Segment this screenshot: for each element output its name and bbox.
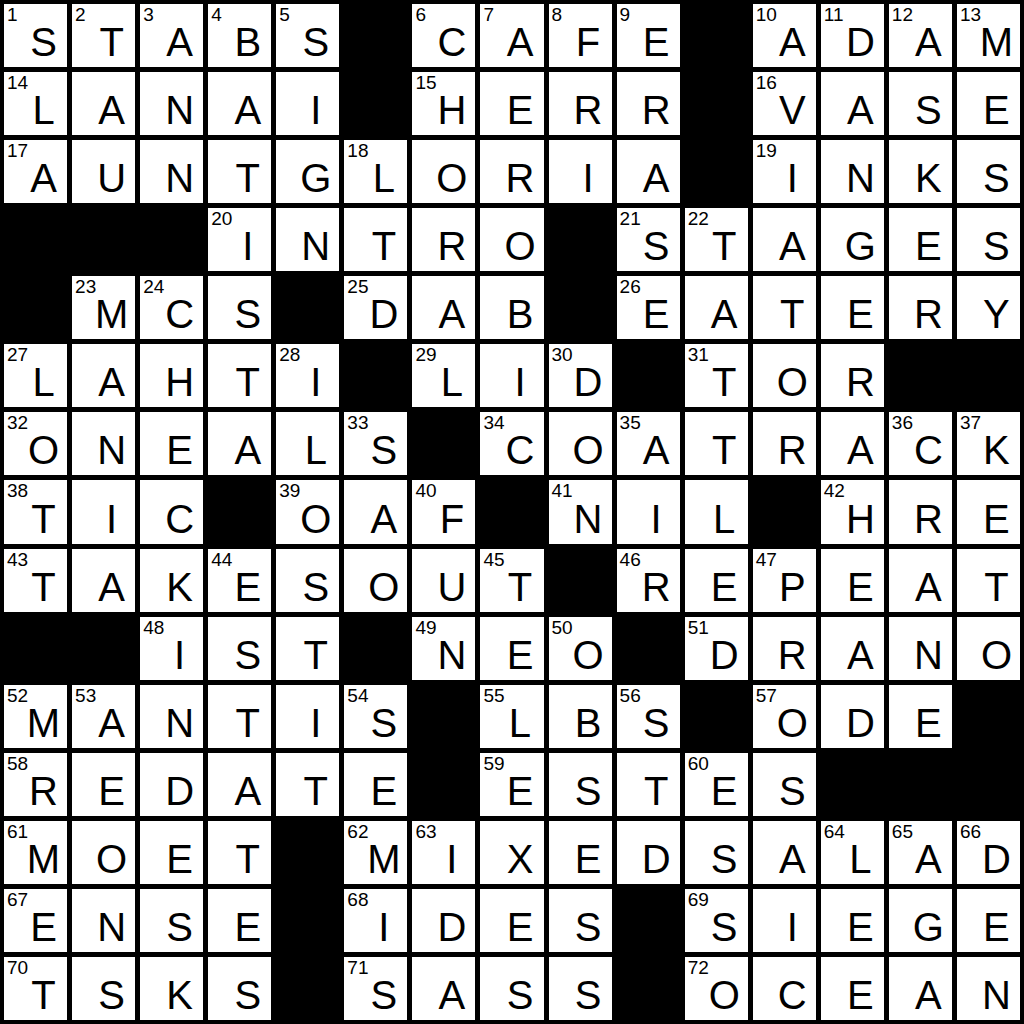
- cell-r7c2[interactable]: N: [72, 412, 135, 475]
- cell-letter: A: [693, 294, 756, 334]
- cell-r14c11[interactable]: 69S: [685, 889, 748, 952]
- cell-r5c3[interactable]: 24C: [140, 276, 203, 339]
- cell-letter: L: [284, 430, 347, 470]
- cell-r2c1[interactable]: 14L: [4, 72, 67, 135]
- cell-letter: E: [829, 294, 892, 334]
- cell-letter: A: [761, 839, 824, 879]
- cell-letter: L: [352, 158, 415, 198]
- cell-r3c4[interactable]: T: [208, 140, 271, 203]
- cell-r8c9[interactable]: 41N: [549, 480, 612, 543]
- cell-r6c3[interactable]: H: [140, 344, 203, 407]
- cell-r3c6[interactable]: 18L: [344, 140, 407, 203]
- cell-r10c3[interactable]: 48I: [140, 617, 203, 680]
- cell-r10c14[interactable]: N: [889, 617, 952, 680]
- cell-letter: A: [897, 567, 960, 607]
- cell-letter: O: [488, 226, 551, 266]
- cell-letter: T: [284, 635, 347, 675]
- cell-r4c7[interactable]: R: [412, 208, 475, 271]
- cell-r4c12[interactable]: A: [753, 208, 816, 271]
- cell-letter: S: [625, 226, 688, 266]
- cell-r8c11[interactable]: L: [685, 480, 748, 543]
- cell-r12c11[interactable]: 60E: [685, 753, 748, 816]
- cell-r10c9[interactable]: 50O: [549, 617, 612, 680]
- cell-r4c6[interactable]: T: [344, 208, 407, 271]
- cell-letter: C: [761, 975, 824, 1015]
- cell-letter: I: [216, 226, 279, 266]
- cell-letter: I: [80, 499, 143, 539]
- cell-r12c4[interactable]: A: [208, 753, 271, 816]
- cell-r6c9[interactable]: 30D: [549, 344, 612, 407]
- cell-letter: R: [420, 226, 483, 266]
- cell-letter: A: [829, 635, 892, 675]
- black-cell: [889, 344, 952, 407]
- cell-r14c2[interactable]: N: [72, 889, 135, 952]
- cell-r11c5[interactable]: I: [276, 685, 339, 748]
- cell-r15c9[interactable]: S: [549, 957, 612, 1020]
- cell-r2c4[interactable]: A: [208, 72, 271, 135]
- cell-letter: L: [12, 90, 75, 130]
- cell-r12c2[interactable]: E: [72, 753, 135, 816]
- cell-r5c2[interactable]: 23M: [72, 276, 135, 339]
- cell-r2c8[interactable]: E: [480, 72, 543, 135]
- cell-r8c10[interactable]: I: [617, 480, 680, 543]
- cell-r1c15[interactable]: 13M: [957, 4, 1020, 67]
- cell-letter: N: [965, 975, 1024, 1015]
- cell-r1c8[interactable]: 7A: [480, 4, 543, 67]
- cell-letter: L: [829, 839, 892, 879]
- cell-letter: E: [488, 907, 551, 947]
- cell-r6c4[interactable]: T: [208, 344, 271, 407]
- cell-r9c7[interactable]: U: [412, 549, 475, 612]
- cell-r7c9[interactable]: O: [549, 412, 612, 475]
- cell-r3c7[interactable]: O: [412, 140, 475, 203]
- cell-r1c7[interactable]: 6C: [412, 4, 475, 67]
- cell-letter: A: [216, 771, 279, 811]
- cell-letter: M: [12, 839, 75, 879]
- cell-r9c11[interactable]: E: [685, 549, 748, 612]
- cell-letter: N: [284, 226, 347, 266]
- cell-r13c10[interactable]: D: [617, 821, 680, 884]
- cell-r2c15[interactable]: E: [957, 72, 1020, 135]
- cell-r9c8[interactable]: 45T: [480, 549, 543, 612]
- cell-r5c15[interactable]: Y: [957, 276, 1020, 339]
- cell-r6c12[interactable]: O: [753, 344, 816, 407]
- cell-r13c3[interactable]: E: [140, 821, 203, 884]
- cell-r11c9[interactable]: B: [549, 685, 612, 748]
- cell-letter: H: [148, 362, 211, 402]
- cell-r5c8[interactable]: B: [480, 276, 543, 339]
- cell-r15c2[interactable]: S: [72, 957, 135, 1020]
- cell-r7c15[interactable]: 37K: [957, 412, 1020, 475]
- cell-r13c4[interactable]: T: [208, 821, 271, 884]
- cell-letter: S: [12, 22, 75, 62]
- cell-letter: T: [284, 771, 347, 811]
- cell-r15c1[interactable]: 70T: [4, 957, 67, 1020]
- cell-r13c15[interactable]: 66D: [957, 821, 1020, 884]
- cell-letter: S: [352, 430, 415, 470]
- cell-r4c11[interactable]: 22T: [685, 208, 748, 271]
- cell-r13c12[interactable]: A: [753, 821, 816, 884]
- cell-r12c1[interactable]: 58R: [4, 753, 67, 816]
- black-cell: [685, 140, 748, 203]
- cell-letter: O: [965, 635, 1024, 675]
- cell-r11c2[interactable]: 53A: [72, 685, 135, 748]
- cell-r10c7[interactable]: 49N: [412, 617, 475, 680]
- cell-r10c5[interactable]: T: [276, 617, 339, 680]
- cell-letter: S: [216, 975, 279, 1015]
- cell-r6c8[interactable]: I: [480, 344, 543, 407]
- cell-letter: N: [80, 430, 143, 470]
- cell-letter: O: [352, 567, 415, 607]
- cell-letter: T: [216, 158, 279, 198]
- cell-letter: D: [148, 771, 211, 811]
- cell-letter: A: [897, 22, 960, 62]
- cell-r9c2[interactable]: A: [72, 549, 135, 612]
- cell-letter: R: [488, 158, 551, 198]
- cell-letter: O: [284, 499, 347, 539]
- cell-r6c1[interactable]: 27L: [4, 344, 67, 407]
- black-cell: [957, 685, 1020, 748]
- cell-letter: K: [148, 567, 211, 607]
- cell-r1c13[interactable]: 11D: [821, 4, 884, 67]
- cell-r14c9[interactable]: S: [549, 889, 612, 952]
- black-cell: [549, 549, 612, 612]
- cell-letter: O: [761, 362, 824, 402]
- cell-r11c14[interactable]: E: [889, 685, 952, 748]
- cell-letter: I: [488, 362, 551, 402]
- cell-r1c14[interactable]: 12A: [889, 4, 952, 67]
- cell-letter: R: [625, 90, 688, 130]
- cell-r13c8[interactable]: X: [480, 821, 543, 884]
- cell-r15c14[interactable]: A: [889, 957, 952, 1020]
- cell-letter: T: [12, 499, 75, 539]
- cell-r14c7[interactable]: D: [412, 889, 475, 952]
- cell-r1c1[interactable]: 1S: [4, 4, 67, 67]
- cell-letter: Y: [965, 294, 1024, 334]
- cell-r3c9[interactable]: I: [549, 140, 612, 203]
- cell-letter: E: [965, 907, 1024, 947]
- cell-r13c1[interactable]: 61M: [4, 821, 67, 884]
- cell-r12c3[interactable]: D: [140, 753, 203, 816]
- cell-letter: S: [148, 907, 211, 947]
- cell-letter: H: [829, 499, 892, 539]
- cell-r13c11[interactable]: S: [685, 821, 748, 884]
- cell-r14c3[interactable]: S: [140, 889, 203, 952]
- cell-r8c1[interactable]: 38T: [4, 480, 67, 543]
- cell-r2c2[interactable]: A: [72, 72, 135, 135]
- cell-r8c15[interactable]: E: [957, 480, 1020, 543]
- cell-r10c13[interactable]: A: [821, 617, 884, 680]
- cell-r7c5[interactable]: L: [276, 412, 339, 475]
- black-cell: [412, 412, 475, 475]
- black-cell: [4, 208, 67, 271]
- cell-letter: N: [148, 90, 211, 130]
- cell-letter: S: [965, 226, 1024, 266]
- cell-r1c9[interactable]: 8F: [549, 4, 612, 67]
- cell-r8c13[interactable]: 42H: [821, 480, 884, 543]
- cell-letter: K: [148, 975, 211, 1015]
- cell-r7c13[interactable]: A: [821, 412, 884, 475]
- cell-r3c1[interactable]: 17A: [4, 140, 67, 203]
- cell-r3c14[interactable]: K: [889, 140, 952, 203]
- cell-letter: I: [284, 362, 347, 402]
- cell-r1c5[interactable]: 5S: [276, 4, 339, 67]
- cell-letter: E: [829, 567, 892, 607]
- cell-r15c6[interactable]: 71S: [344, 957, 407, 1020]
- cell-letter: D: [420, 907, 483, 947]
- cell-letter: S: [897, 90, 960, 130]
- cell-letter: S: [284, 22, 347, 62]
- cell-r3c2[interactable]: U: [72, 140, 135, 203]
- cell-r12c5[interactable]: T: [276, 753, 339, 816]
- cell-r5c13[interactable]: E: [821, 276, 884, 339]
- cell-r4c15[interactable]: S: [957, 208, 1020, 271]
- cell-r3c5[interactable]: G: [276, 140, 339, 203]
- cell-r6c2[interactable]: A: [72, 344, 135, 407]
- cell-r4c8[interactable]: O: [480, 208, 543, 271]
- cell-r5c7[interactable]: A: [412, 276, 475, 339]
- cell-letter: A: [80, 90, 143, 130]
- cell-r6c5[interactable]: 28I: [276, 344, 339, 407]
- cell-letter: E: [829, 907, 892, 947]
- cell-r1c4[interactable]: 4B: [208, 4, 271, 67]
- cell-letter: S: [557, 907, 620, 947]
- cell-r2c7[interactable]: 15H: [412, 72, 475, 135]
- cell-r15c3[interactable]: K: [140, 957, 203, 1020]
- cell-r9c3[interactable]: K: [140, 549, 203, 612]
- cell-letter: A: [829, 90, 892, 130]
- cell-letter: N: [897, 635, 960, 675]
- cell-letter: M: [352, 839, 415, 879]
- cell-r7c3[interactable]: E: [140, 412, 203, 475]
- cell-r13c2[interactable]: O: [72, 821, 135, 884]
- cell-r3c8[interactable]: R: [480, 140, 543, 203]
- cell-letter: E: [625, 294, 688, 334]
- cell-r14c14[interactable]: G: [889, 889, 952, 952]
- cell-letter: I: [761, 907, 824, 947]
- cell-r12c9[interactable]: S: [549, 753, 612, 816]
- cell-letter: D: [965, 839, 1024, 879]
- cell-letter: A: [80, 703, 143, 743]
- cell-r3c15[interactable]: S: [957, 140, 1020, 203]
- cell-r13c13[interactable]: 64L: [821, 821, 884, 884]
- cell-letter: M: [965, 22, 1024, 62]
- cell-r8c3[interactable]: C: [140, 480, 203, 543]
- cell-r15c4[interactable]: S: [208, 957, 271, 1020]
- cell-r1c2[interactable]: 2T: [72, 4, 135, 67]
- cell-letter: I: [352, 907, 415, 947]
- cell-r9c15[interactable]: T: [957, 549, 1020, 612]
- cell-letter: S: [693, 839, 756, 879]
- cell-r4c5[interactable]: N: [276, 208, 339, 271]
- cell-r5c10[interactable]: 26E: [617, 276, 680, 339]
- cell-r14c13[interactable]: E: [821, 889, 884, 952]
- cell-r6c11[interactable]: 31T: [685, 344, 748, 407]
- cell-r7c1[interactable]: 32O: [4, 412, 67, 475]
- cell-r9c14[interactable]: A: [889, 549, 952, 612]
- cell-r11c1[interactable]: 52M: [4, 685, 67, 748]
- cell-r11c10[interactable]: 56S: [617, 685, 680, 748]
- cell-r14c12[interactable]: I: [753, 889, 816, 952]
- cell-r14c6[interactable]: 68I: [344, 889, 407, 952]
- cell-r15c8[interactable]: S: [480, 957, 543, 1020]
- cell-r2c13[interactable]: A: [821, 72, 884, 135]
- black-cell: [617, 889, 680, 952]
- cell-r15c12[interactable]: C: [753, 957, 816, 1020]
- cell-r9c5[interactable]: S: [276, 549, 339, 612]
- cell-r5c14[interactable]: R: [889, 276, 952, 339]
- cell-r13c9[interactable]: E: [549, 821, 612, 884]
- cell-r10c15[interactable]: O: [957, 617, 1020, 680]
- cell-r11c3[interactable]: N: [140, 685, 203, 748]
- cell-letter: E: [488, 90, 551, 130]
- cell-letter: N: [148, 158, 211, 198]
- cell-r4c4[interactable]: 20I: [208, 208, 271, 271]
- cell-r9c13[interactable]: E: [821, 549, 884, 612]
- crossword-grid: 1S2T3A4B5S6C7A8F9E10A11D12A13M14LANAI15H…: [0, 0, 1024, 1024]
- cell-r9c10[interactable]: 46R: [617, 549, 680, 612]
- cell-letter: L: [488, 703, 551, 743]
- cell-r6c13[interactable]: R: [821, 344, 884, 407]
- cell-r13c6[interactable]: 62M: [344, 821, 407, 884]
- cell-r9c1[interactable]: 43T: [4, 549, 67, 612]
- cell-letter: E: [965, 499, 1024, 539]
- cell-r12c12[interactable]: S: [753, 753, 816, 816]
- cell-r15c13[interactable]: E: [821, 957, 884, 1020]
- cell-letter: R: [761, 635, 824, 675]
- cell-r13c14[interactable]: 65A: [889, 821, 952, 884]
- cell-r9c4[interactable]: 44E: [208, 549, 271, 612]
- cell-letter: U: [80, 158, 143, 198]
- cell-r14c4[interactable]: E: [208, 889, 271, 952]
- cell-r6c7[interactable]: 29L: [412, 344, 475, 407]
- cell-r11c4[interactable]: T: [208, 685, 271, 748]
- cell-letter: O: [557, 635, 620, 675]
- cell-letter: T: [693, 362, 756, 402]
- cell-letter: L: [12, 362, 75, 402]
- cell-r14c15[interactable]: E: [957, 889, 1020, 952]
- cell-r3c3[interactable]: N: [140, 140, 203, 203]
- cell-r2c12[interactable]: 16V: [753, 72, 816, 135]
- cell-letter: S: [625, 703, 688, 743]
- black-cell: [685, 72, 748, 135]
- cell-letter: N: [80, 907, 143, 947]
- cell-letter: A: [420, 975, 483, 1015]
- cell-r3c13[interactable]: N: [821, 140, 884, 203]
- cell-r4c14[interactable]: E: [889, 208, 952, 271]
- cell-r7c4[interactable]: A: [208, 412, 271, 475]
- cell-r12c8[interactable]: 59E: [480, 753, 543, 816]
- cell-r3c12[interactable]: 19I: [753, 140, 816, 203]
- cell-r12c10[interactable]: T: [617, 753, 680, 816]
- cell-r12c6[interactable]: E: [344, 753, 407, 816]
- cell-r14c1[interactable]: 67E: [4, 889, 67, 952]
- cell-r9c6[interactable]: O: [344, 549, 407, 612]
- cell-r8c2[interactable]: I: [72, 480, 135, 543]
- cell-r10c8[interactable]: E: [480, 617, 543, 680]
- cell-r7c8[interactable]: 34C: [480, 412, 543, 475]
- cell-r9c12[interactable]: 47P: [753, 549, 816, 612]
- black-cell: [617, 957, 680, 1020]
- cell-letter: O: [693, 975, 756, 1015]
- cell-r14c8[interactable]: E: [480, 889, 543, 952]
- cell-r15c15[interactable]: N: [957, 957, 1020, 1020]
- cell-r2c10[interactable]: R: [617, 72, 680, 135]
- cell-r3c10[interactable]: A: [617, 140, 680, 203]
- black-cell: [753, 480, 816, 543]
- cell-letter: K: [897, 158, 960, 198]
- cell-r5c4[interactable]: S: [208, 276, 271, 339]
- cell-r1c10[interactable]: 9E: [617, 4, 680, 67]
- cell-r2c9[interactable]: R: [549, 72, 612, 135]
- cell-r1c12[interactable]: 10A: [753, 4, 816, 67]
- cell-r4c10[interactable]: 21S: [617, 208, 680, 271]
- cell-r11c8[interactable]: 55L: [480, 685, 543, 748]
- cell-letter: S: [557, 771, 620, 811]
- black-cell: [549, 208, 612, 271]
- cell-r2c3[interactable]: N: [140, 72, 203, 135]
- cell-r7c11[interactable]: T: [685, 412, 748, 475]
- cell-letter: I: [557, 158, 620, 198]
- cell-r2c5[interactable]: I: [276, 72, 339, 135]
- cell-r7c6[interactable]: 33S: [344, 412, 407, 475]
- cell-r11c12[interactable]: 57O: [753, 685, 816, 748]
- cell-letter: T: [488, 567, 551, 607]
- black-cell: [821, 753, 884, 816]
- cell-r10c11[interactable]: 51D: [685, 617, 748, 680]
- cell-r2c14[interactable]: S: [889, 72, 952, 135]
- cell-r15c7[interactable]: A: [412, 957, 475, 1020]
- cell-r7c12[interactable]: R: [753, 412, 816, 475]
- cell-r11c6[interactable]: 54S: [344, 685, 407, 748]
- cell-letter: B: [557, 703, 620, 743]
- cell-r15c11[interactable]: 72O: [685, 957, 748, 1020]
- cell-r1c3[interactable]: 3A: [140, 4, 203, 67]
- cell-r7c14[interactable]: 36C: [889, 412, 952, 475]
- cell-r10c4[interactable]: S: [208, 617, 271, 680]
- cell-r8c5[interactable]: 39O: [276, 480, 339, 543]
- cell-letter: S: [352, 703, 415, 743]
- cell-letter: S: [216, 635, 279, 675]
- cell-letter: A: [829, 430, 892, 470]
- cell-r5c12[interactable]: T: [753, 276, 816, 339]
- cell-letter: P: [761, 567, 824, 607]
- cell-r4c13[interactable]: G: [821, 208, 884, 271]
- cell-r8c6[interactable]: A: [344, 480, 407, 543]
- cell-r5c6[interactable]: 25D: [344, 276, 407, 339]
- cell-r10c12[interactable]: R: [753, 617, 816, 680]
- cell-letter: L: [693, 499, 756, 539]
- cell-r8c7[interactable]: 40F: [412, 480, 475, 543]
- cell-letter: T: [216, 839, 279, 879]
- cell-letter: I: [284, 703, 347, 743]
- cell-letter: E: [12, 907, 75, 947]
- cell-letter: E: [216, 567, 279, 607]
- cell-r5c11[interactable]: A: [685, 276, 748, 339]
- cell-r13c7[interactable]: 63I: [412, 821, 475, 884]
- cell-letter: I: [761, 158, 824, 198]
- cell-r11c13[interactable]: D: [821, 685, 884, 748]
- cell-letter: A: [216, 430, 279, 470]
- cell-letter: A: [148, 22, 211, 62]
- cell-r8c14[interactable]: R: [889, 480, 952, 543]
- cell-letter: C: [148, 294, 211, 334]
- cell-letter: U: [420, 567, 483, 607]
- cell-r7c10[interactable]: 35A: [617, 412, 680, 475]
- cell-letter: R: [761, 430, 824, 470]
- cell-letter: A: [488, 22, 551, 62]
- cell-letter: G: [829, 226, 892, 266]
